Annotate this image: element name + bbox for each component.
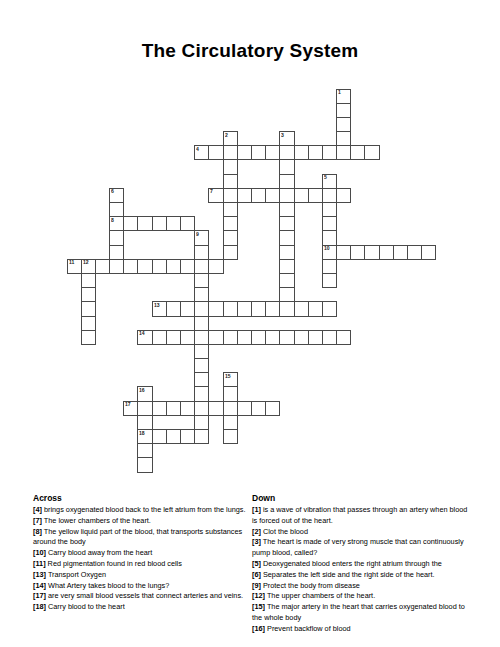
clue-number: 11 — [69, 260, 74, 265]
page: The Circulatory System 12345678910111213… — [0, 0, 500, 647]
grid-cell[interactable] — [350, 245, 365, 260]
grid-cell[interactable] — [237, 301, 252, 316]
grid-cell[interactable]: 11 — [67, 259, 82, 274]
grid-cell[interactable] — [279, 174, 294, 189]
grid-cell[interactable] — [223, 386, 238, 401]
clue-number: 3 — [281, 133, 284, 138]
grid-cell[interactable] — [237, 330, 252, 345]
grid-cell[interactable] — [279, 287, 294, 302]
grid-cell[interactable] — [279, 188, 294, 203]
grid-cell[interactable] — [265, 301, 280, 316]
grid-cell[interactable] — [81, 316, 96, 331]
grid-cell[interactable] — [194, 330, 209, 345]
grid-cell[interactable]: 3 — [279, 131, 294, 146]
grid-cell[interactable] — [322, 188, 337, 203]
grid-cell[interactable] — [322, 259, 337, 274]
grid-cell[interactable] — [152, 429, 167, 444]
grid-cell[interactable] — [294, 188, 309, 203]
grid-cell[interactable] — [251, 188, 266, 203]
grid-cell[interactable] — [81, 273, 96, 288]
grid-cell[interactable] — [237, 145, 252, 160]
clue-item: [10] Carry blood away from the heart — [33, 548, 251, 559]
grid-cell[interactable] — [322, 230, 337, 245]
grid-cell[interactable] — [137, 415, 152, 430]
grid-cell[interactable] — [308, 301, 323, 316]
grid-cell[interactable] — [109, 230, 124, 245]
grid-cell[interactable] — [137, 216, 152, 231]
grid-cell[interactable]: 16 — [137, 386, 152, 401]
grid-cell[interactable] — [166, 330, 181, 345]
grid-cell[interactable] — [322, 273, 337, 288]
grid-cell[interactable] — [364, 245, 379, 260]
puzzle-title: The Circulatory System — [0, 40, 500, 62]
grid-cell[interactable] — [166, 401, 181, 416]
grid-cell[interactable] — [208, 401, 223, 416]
clue-item: [1] is a wave of vibration that passes t… — [252, 505, 472, 527]
clue-item: [5] Deoxygenated blood enters the right … — [252, 559, 472, 570]
clue-number: 7 — [210, 189, 213, 194]
grid-cell[interactable] — [81, 330, 96, 345]
grid-cell[interactable]: 8 — [109, 216, 124, 231]
grid-cell[interactable]: 5 — [322, 174, 337, 189]
grid-cell[interactable] — [223, 330, 238, 345]
grid-cell[interactable] — [379, 245, 394, 260]
grid-cell[interactable] — [279, 273, 294, 288]
grid-cell[interactable]: 13 — [152, 301, 167, 316]
grid-cell[interactable] — [208, 259, 223, 274]
grid-cell[interactable] — [279, 230, 294, 245]
grid-cell[interactable] — [152, 259, 167, 274]
grid-cell[interactable] — [194, 429, 209, 444]
grid-cell[interactable] — [223, 245, 238, 260]
grid-cell[interactable] — [180, 429, 195, 444]
clue-item: [11] Red pigmentation found in red blood… — [33, 559, 251, 570]
grid-cell[interactable] — [279, 202, 294, 217]
grid-cell[interactable] — [180, 330, 195, 345]
grid-cell[interactable] — [223, 401, 238, 416]
grid-cell[interactable] — [322, 301, 337, 316]
grid-cell[interactable] — [265, 188, 280, 203]
grid-cell[interactable] — [336, 145, 351, 160]
down-clues-section: Down [1] is a wave of vibration that pas… — [252, 492, 472, 635]
grid-cell[interactable] — [294, 301, 309, 316]
clue-number: 17 — [125, 402, 131, 407]
grid-cell[interactable] — [194, 372, 209, 387]
grid-cell[interactable] — [336, 117, 351, 132]
down-clue-list: [1] is a wave of vibration that passes t… — [252, 505, 472, 635]
grid-cell[interactable] — [336, 245, 351, 260]
grid-cell[interactable] — [279, 301, 294, 316]
grid-cell[interactable] — [421, 245, 436, 260]
clue-item: [2] Clot the blood — [252, 527, 472, 538]
clue-number: 13 — [154, 303, 160, 308]
grid-cell[interactable] — [364, 145, 379, 160]
across-clues-section: Across [4] brings oxygenated blood back … — [33, 492, 251, 613]
clue-item: [18] Carry blood to the heart — [33, 602, 251, 613]
clue-item: [16] Prevent backflow of blood — [252, 624, 472, 635]
grid-cell[interactable] — [279, 145, 294, 160]
grid-cell[interactable] — [194, 245, 209, 260]
grid-cell[interactable] — [223, 145, 238, 160]
grid-cell[interactable] — [137, 259, 152, 274]
grid-cell[interactable]: 17 — [123, 401, 138, 416]
grid-cell[interactable] — [308, 145, 323, 160]
clue-item: [3] The heart is made of very strong mus… — [252, 537, 472, 559]
grid-cell[interactable] — [194, 344, 209, 359]
clue-number: 6 — [111, 189, 114, 194]
grid-cell[interactable] — [194, 301, 209, 316]
clue-item: [9] Protect the body from disease — [252, 581, 472, 592]
grid-cell[interactable] — [223, 159, 238, 174]
grid-cell[interactable] — [152, 330, 167, 345]
grid-cell[interactable] — [223, 230, 238, 245]
grid-cell[interactable] — [322, 145, 337, 160]
grid-cell[interactable] — [407, 245, 422, 260]
grid-cell[interactable] — [137, 443, 152, 458]
across-heading: Across — [33, 492, 251, 504]
grid-cell[interactable] — [137, 401, 152, 416]
grid-cell[interactable]: 14 — [137, 330, 152, 345]
clue-item: [15] The major artery in the heart that … — [252, 602, 472, 624]
grid-cell[interactable] — [166, 429, 181, 444]
grid-cell[interactable] — [279, 259, 294, 274]
grid-cell[interactable] — [251, 145, 266, 160]
clue-number: 2 — [225, 133, 228, 138]
grid-cell[interactable] — [279, 245, 294, 260]
grid-cell[interactable] — [336, 188, 351, 203]
grid-cell[interactable] — [223, 415, 238, 430]
grid-cell[interactable] — [265, 145, 280, 160]
grid-cell[interactable] — [166, 216, 181, 231]
grid-cell[interactable] — [308, 330, 323, 345]
clue-item: [8] The yellow liquid part of the blood,… — [33, 527, 251, 549]
grid-cell[interactable] — [152, 216, 167, 231]
grid-cell[interactable] — [180, 216, 195, 231]
clue-item: [7] The lower chambers of the heart. — [33, 516, 251, 527]
grid-cell[interactable] — [137, 457, 152, 472]
grid-cell[interactable] — [194, 401, 209, 416]
clue-number: 10 — [324, 246, 330, 251]
grid-cell[interactable]: 10 — [322, 245, 337, 260]
grid-cell[interactable] — [237, 401, 252, 416]
grid-cell[interactable] — [194, 316, 209, 331]
grid-cell[interactable] — [81, 301, 96, 316]
grid-cell[interactable] — [180, 259, 195, 274]
grid-cell[interactable] — [336, 131, 351, 146]
across-clue-list: [4] brings oxygenated blood back to the … — [33, 505, 251, 613]
clue-number: 1 — [338, 90, 341, 95]
grid-cell[interactable]: 18 — [137, 429, 152, 444]
grid-cell[interactable]: 4 — [194, 145, 209, 160]
grid-cell[interactable] — [279, 159, 294, 174]
grid-cell[interactable] — [223, 174, 238, 189]
grid-cell[interactable] — [123, 259, 138, 274]
clue-number: 8 — [111, 218, 114, 223]
clue-item: [12] The upper chambers of the heart. — [252, 591, 472, 602]
grid-cell[interactable] — [350, 145, 365, 160]
grid-cell[interactable]: 15 — [223, 372, 238, 387]
grid-cell[interactable] — [322, 330, 337, 345]
clue-number: 16 — [139, 388, 145, 393]
grid-cell[interactable] — [180, 401, 195, 416]
grid-cell[interactable] — [194, 415, 209, 430]
grid-cell[interactable] — [208, 330, 223, 345]
clue-item: [14] What Artery takes blood to the lung… — [33, 581, 251, 592]
clue-number: 12 — [83, 260, 89, 265]
grid-cell[interactable] — [123, 216, 138, 231]
grid-cell[interactable] — [251, 330, 266, 345]
grid-cell[interactable] — [336, 103, 351, 118]
grid-cell[interactable] — [251, 301, 266, 316]
grid-cell[interactable] — [336, 330, 351, 345]
grid-cell[interactable]: 1 — [336, 89, 351, 104]
grid-cell[interactable] — [109, 259, 124, 274]
grid-cell[interactable] — [322, 202, 337, 217]
grid-cell[interactable]: 2 — [223, 131, 238, 146]
grid-cell[interactable] — [95, 259, 110, 274]
grid-cell[interactable] — [237, 188, 252, 203]
grid-cell[interactable] — [223, 301, 238, 316]
clue-item: [17] are very small blood vessels that c… — [33, 591, 251, 602]
clue-number: 5 — [324, 175, 327, 180]
grid-cell[interactable] — [194, 358, 209, 373]
grid-cell[interactable] — [265, 330, 280, 345]
grid-cell[interactable] — [393, 245, 408, 260]
grid-cell[interactable] — [265, 401, 280, 416]
clue-item: [13] Transport Oxygen — [33, 570, 251, 581]
grid-cell[interactable] — [109, 245, 124, 260]
grid-cell[interactable] — [294, 145, 309, 160]
grid-cell[interactable] — [294, 330, 309, 345]
grid-cell[interactable] — [194, 259, 209, 274]
grid-cell[interactable] — [109, 202, 124, 217]
grid-cell[interactable] — [194, 287, 209, 302]
grid-cell[interactable]: 9 — [194, 230, 209, 245]
grid-cell[interactable] — [251, 401, 266, 416]
grid-cell[interactable]: 7 — [208, 188, 223, 203]
grid-cell[interactable]: 12 — [81, 259, 96, 274]
grid-cell[interactable] — [223, 429, 238, 444]
clue-item: [4] brings oxygenated blood back to the … — [33, 505, 251, 516]
grid-cell[interactable] — [279, 330, 294, 345]
crossword-grid: 123456789101112131415161718 — [67, 89, 436, 472]
clue-item: [6] Separates the left side and the righ… — [252, 570, 472, 581]
grid-cell[interactable] — [223, 202, 238, 217]
clue-number: 15 — [225, 374, 231, 379]
grid-cell[interactable] — [208, 145, 223, 160]
clue-number: 14 — [139, 331, 145, 336]
grid-cell[interactable] — [166, 301, 181, 316]
grid-cell[interactable] — [223, 216, 238, 231]
grid-cell[interactable] — [152, 401, 167, 416]
grid-cell[interactable] — [308, 188, 323, 203]
grid-cell[interactable] — [208, 301, 223, 316]
grid-cell[interactable] — [223, 188, 238, 203]
grid-cell[interactable] — [322, 216, 337, 231]
grid-cell[interactable] — [81, 287, 96, 302]
grid-cell[interactable] — [194, 386, 209, 401]
grid-cell[interactable] — [279, 216, 294, 231]
clue-number: 9 — [196, 232, 199, 237]
clue-number: 18 — [139, 431, 145, 436]
grid-cell[interactable] — [166, 259, 181, 274]
grid-cell[interactable] — [194, 273, 209, 288]
down-heading: Down — [252, 492, 472, 504]
grid-cell[interactable]: 6 — [109, 188, 124, 203]
clue-number: 4 — [196, 147, 199, 152]
grid-cell[interactable] — [180, 301, 195, 316]
